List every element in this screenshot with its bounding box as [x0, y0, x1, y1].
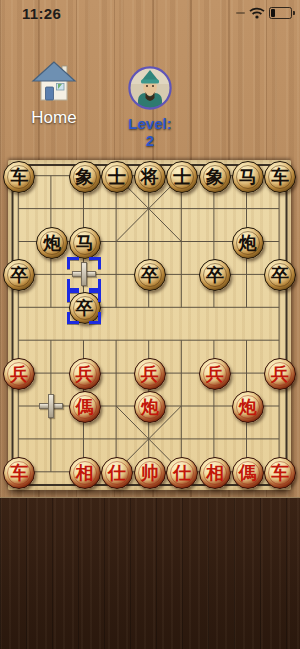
home-button[interactable]: Home [28, 60, 80, 128]
wifi-icon [249, 7, 265, 19]
black-piece-f9[interactable]: 士 [166, 161, 198, 193]
red-piece-e0[interactable]: 帅 [134, 457, 166, 489]
app-screen: 11:26 Home [0, 0, 300, 649]
red-piece-g0[interactable]: 相 [199, 457, 231, 489]
red-piece-g3[interactable]: 兵 [199, 358, 231, 390]
opponent-avatar[interactable]: Level: 2 [128, 66, 172, 149]
red-piece-c3[interactable]: 兵 [69, 358, 101, 390]
status-icons [236, 7, 292, 19]
xiangqi-board[interactable]: 车象士将士象马车炮马炮卒卒卒卒卒兵兵兵兵兵傌炮炮车相仕帅仕相傌车 [8, 160, 291, 490]
red-piece-a0[interactable]: 车 [3, 457, 35, 489]
red-piece-e2[interactable]: 炮 [134, 391, 166, 423]
last-move-highlight-c6 [67, 257, 101, 291]
red-piece-c0[interactable]: 相 [69, 457, 101, 489]
black-piece-i6[interactable]: 卒 [264, 259, 296, 291]
black-piece-h9[interactable]: 马 [232, 161, 264, 193]
black-piece-e9[interactable]: 将 [134, 161, 166, 193]
board-grid-lines [8, 160, 291, 490]
black-piece-h7[interactable]: 炮 [232, 227, 264, 259]
home-house-icon [31, 60, 77, 104]
cellular-icon [236, 12, 245, 14]
opponent-avatar-image [128, 66, 172, 110]
battery-low-icon [269, 7, 292, 19]
last-move-highlight-c5 [67, 290, 101, 324]
black-piece-c7[interactable]: 马 [69, 227, 101, 259]
black-piece-b7[interactable]: 炮 [36, 227, 68, 259]
black-piece-g9[interactable]: 象 [199, 161, 231, 193]
red-piece-i3[interactable]: 兵 [264, 358, 296, 390]
black-piece-i9[interactable]: 车 [264, 161, 296, 193]
bottom-control-panel: ↺ Undo ⟳ Restart Level: [0, 497, 300, 649]
black-piece-c9[interactable]: 象 [69, 161, 101, 193]
clock-time: 11:26 [22, 5, 61, 22]
red-piece-f0[interactable]: 仕 [166, 457, 198, 489]
status-bar: 11:26 [0, 0, 300, 26]
red-piece-e3[interactable]: 兵 [134, 358, 166, 390]
black-piece-a9[interactable]: 车 [3, 161, 35, 193]
red-piece-h2[interactable]: 炮 [232, 391, 264, 423]
red-piece-i0[interactable]: 车 [264, 457, 296, 489]
black-piece-d9[interactable]: 士 [101, 161, 133, 193]
red-piece-d0[interactable]: 仕 [101, 457, 133, 489]
opponent-level-label: Level: 2 [128, 115, 172, 149]
red-piece-h0[interactable]: 傌 [232, 457, 264, 489]
red-piece-c2[interactable]: 傌 [69, 391, 101, 423]
point-marker-b2 [39, 394, 63, 418]
home-label: Home [31, 108, 76, 127]
black-piece-e6[interactable]: 卒 [134, 259, 166, 291]
